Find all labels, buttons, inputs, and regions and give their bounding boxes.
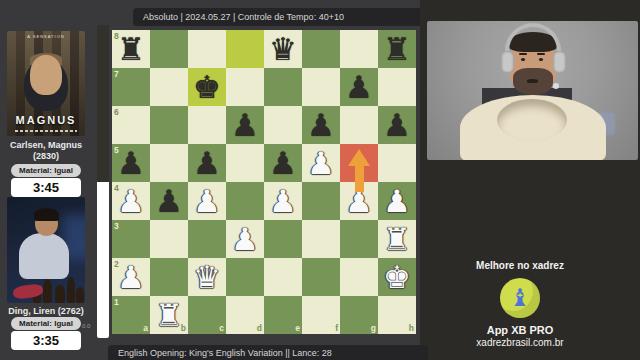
square-g6[interactable] [340, 106, 378, 144]
square-a1[interactable]: 1a [112, 296, 150, 334]
black-pawn-d6: ♟ [231, 106, 259, 144]
black-rook-a8: ♜ [117, 30, 145, 68]
square-e4[interactable]: ♟ [264, 182, 302, 220]
white-pawn-a2: ♟ [117, 258, 145, 296]
square-c6[interactable] [188, 106, 226, 144]
square-f2[interactable] [302, 258, 340, 296]
square-d5[interactable] [226, 144, 264, 182]
square-a8[interactable]: ♜8 [112, 30, 150, 68]
square-b8[interactable] [150, 30, 188, 68]
rank-label-8: 8 [114, 31, 119, 41]
rank-label-7: 7 [114, 69, 119, 79]
square-c4[interactable]: ♟ [188, 182, 226, 220]
square-h6[interactable]: ♟ [378, 106, 416, 144]
square-b2[interactable] [150, 258, 188, 296]
file-label-a: a [143, 323, 148, 333]
square-c5[interactable]: ♟ [188, 144, 226, 182]
headphones-right-cup [553, 51, 566, 73]
promo-app-name: App XB PRO [420, 324, 620, 336]
square-h5[interactable] [378, 144, 416, 182]
ding-photo-image [7, 197, 85, 303]
player-top-rating: (2830) [0, 151, 92, 161]
player-bottom-name: Ding, Liren (2762) [0, 306, 92, 316]
square-c8[interactable] [188, 30, 226, 68]
rank-label-2: 2 [114, 259, 119, 269]
white-pawn-d3: ♟ [231, 220, 259, 258]
square-a3[interactable]: 3 [112, 220, 150, 258]
square-d6[interactable]: ♟ [226, 106, 264, 144]
square-g7[interactable]: ♟ [340, 68, 378, 106]
square-h8[interactable]: ♜ [378, 30, 416, 68]
square-b7[interactable] [150, 68, 188, 106]
rank-label-4: 4 [114, 183, 119, 193]
evaluation-value: 0.0 [82, 323, 90, 329]
square-d1[interactable]: d [226, 296, 264, 334]
square-a2[interactable]: ♟2 [112, 258, 150, 296]
square-b6[interactable] [150, 106, 188, 144]
file-label-g: g [371, 323, 376, 333]
streamer-brow-right [537, 53, 545, 55]
white-queen-c2: ♛ [193, 258, 221, 296]
white-pawn-h4: ♟ [383, 182, 411, 220]
square-c1[interactable]: c [188, 296, 226, 334]
streamer-eye-right [539, 58, 543, 61]
square-d2[interactable] [226, 258, 264, 296]
poster-title: MAGNUS [7, 114, 85, 126]
black-pawn-g7: ♟ [345, 68, 373, 106]
file-label-e: e [295, 323, 300, 333]
square-a6[interactable]: 6 [112, 106, 150, 144]
promo-block: Melhore no xadrez ♝ App XB PRO xadrezbra… [420, 260, 620, 348]
streamer-mouth [527, 79, 538, 83]
square-d7[interactable] [226, 68, 264, 106]
square-h2[interactable]: ♚ [378, 258, 416, 296]
file-label-b: b [181, 323, 186, 333]
square-b4[interactable]: ♟ [150, 182, 188, 220]
streamer-eye-left [521, 58, 525, 61]
evaluation-bar [97, 25, 109, 338]
rank-label-6: 6 [114, 107, 119, 117]
square-f8[interactable] [302, 30, 340, 68]
white-pawn-e4: ♟ [269, 182, 297, 220]
square-e1[interactable]: e [264, 296, 302, 334]
square-b5[interactable] [150, 144, 188, 182]
rank-label-5: 5 [114, 145, 119, 155]
opening-info-bar: English Opening: King's English Variatio… [108, 345, 428, 360]
square-g2[interactable] [340, 258, 378, 296]
square-g1[interactable]: g [340, 296, 378, 334]
square-a7[interactable]: 7 [112, 68, 150, 106]
black-pawn-e5: ♟ [269, 144, 297, 182]
player-bottom-material: Material: Igual [11, 317, 81, 330]
square-e8[interactable]: ♛ [264, 30, 302, 68]
square-f6[interactable]: ♟ [302, 106, 340, 144]
black-pawn-f6: ♟ [307, 106, 335, 144]
game-info-text: Absoluto | 2024.05.27 | Controle de Temp… [143, 12, 344, 22]
photo-hair [34, 208, 59, 221]
black-rook-h8: ♜ [383, 30, 411, 68]
player-top-clock: 3:45 [11, 178, 81, 197]
file-label-f: f [335, 323, 338, 333]
player-top-material: Material: Igual [11, 164, 81, 177]
webcam-video [427, 21, 638, 160]
promo-heading: Melhore no xadrez [420, 260, 620, 271]
game-info-bar: Absoluto | 2024.05.27 | Controle de Temp… [133, 8, 428, 26]
headset-mic [553, 83, 559, 89]
square-c2[interactable]: ♛ [188, 258, 226, 296]
square-g8[interactable] [340, 30, 378, 68]
player-top-name: Carlsen, Magnus [0, 140, 92, 150]
white-pawn-c4: ♟ [193, 182, 221, 220]
white-pawn-a4: ♟ [117, 182, 145, 220]
rank-label-1: 1 [114, 297, 119, 307]
square-h4[interactable]: ♟ [378, 182, 416, 220]
streamer-hood [497, 99, 567, 141]
square-e6[interactable] [264, 106, 302, 144]
square-c7[interactable]: ♚ [188, 68, 226, 106]
white-pawn-f5: ♟ [307, 144, 335, 182]
square-e7[interactable] [264, 68, 302, 106]
square-f7[interactable] [302, 68, 340, 106]
opening-info-text: English Opening: King's English Variatio… [118, 348, 332, 358]
poster-tagline: A SENSATION [7, 34, 85, 39]
square-f3[interactable] [302, 220, 340, 258]
square-d3[interactable]: ♟ [226, 220, 264, 258]
white-rook-b1: ♜ [155, 296, 183, 334]
square-b3[interactable] [150, 220, 188, 258]
white-rook-h3: ♜ [383, 220, 411, 258]
square-e3[interactable] [264, 220, 302, 258]
player-bottom-clock: 3:35 [11, 331, 81, 350]
square-a4[interactable]: ♟4 [112, 182, 150, 220]
square-a5[interactable]: ♟5 [112, 144, 150, 182]
square-e5[interactable]: ♟ [264, 144, 302, 182]
app-icon-glyph: ♝ [509, 278, 531, 318]
evaluation-bar-white [97, 182, 109, 339]
black-king-c7: ♚ [193, 68, 221, 106]
rank-label-3: 3 [114, 221, 119, 231]
stream-right-panel: Melhore no xadrez ♝ App XB PRO xadrezbra… [420, 0, 640, 360]
square-f4[interactable] [302, 182, 340, 220]
square-d8[interactable] [226, 30, 264, 68]
square-f5[interactable]: ♟ [302, 144, 340, 182]
chess-board[interactable]: ♜8♛♜7♚♟6♟♟♟♟5♟♟♟♟4♟♟♟♟♟3♟♜♟2♛♚1a♜bcdefgh [112, 30, 416, 334]
square-b1[interactable]: ♜b [150, 296, 188, 334]
file-label-h: h [409, 323, 414, 333]
poster-face [30, 55, 62, 95]
promo-url[interactable]: xadrezbrasil.com.br [420, 337, 620, 348]
black-queen-e8: ♛ [269, 30, 297, 68]
headphones-band [505, 23, 561, 53]
black-pawn-c5: ♟ [193, 144, 221, 182]
square-h3[interactable]: ♜ [378, 220, 416, 258]
square-e2[interactable] [264, 258, 302, 296]
chess-piece-icon: ♝ [500, 278, 540, 318]
square-f1[interactable]: f [302, 296, 340, 334]
black-pawn-h6: ♟ [383, 106, 411, 144]
headphones-left-cup [501, 51, 514, 73]
white-king-h2: ♚ [383, 258, 411, 296]
square-h7[interactable] [378, 68, 416, 106]
black-pawn-a5: ♟ [117, 144, 145, 182]
move-arrow-tail [355, 165, 364, 192]
streamer-brow-left [519, 53, 527, 55]
black-pawn-b4: ♟ [155, 182, 183, 220]
move-arrow-head [348, 149, 370, 166]
square-g3[interactable] [340, 220, 378, 258]
file-label-c: c [219, 323, 224, 333]
file-label-d: d [257, 323, 262, 333]
square-h1[interactable]: h [378, 296, 416, 334]
square-d4[interactable] [226, 182, 264, 220]
poster-credits [15, 130, 77, 132]
magnus-poster-image: A SENSATION MAGNUS [7, 31, 85, 136]
square-c3[interactable] [188, 220, 226, 258]
